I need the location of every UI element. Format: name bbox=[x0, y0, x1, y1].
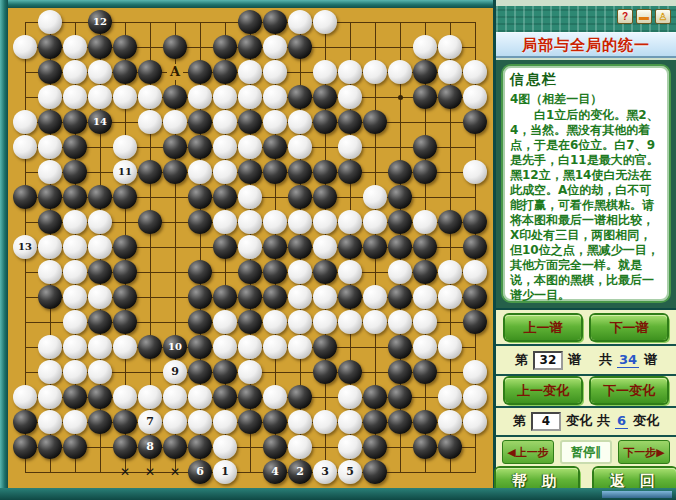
black-stone bbox=[163, 435, 187, 459]
white-stone bbox=[63, 285, 87, 309]
white-stone: 1 bbox=[213, 460, 237, 484]
black-stone bbox=[413, 360, 437, 384]
black-stone bbox=[338, 160, 362, 184]
counter-total-unit: 谱 bbox=[644, 351, 657, 369]
black-stone bbox=[38, 185, 62, 209]
white-stone: 9 bbox=[163, 360, 187, 384]
black-stone bbox=[338, 360, 362, 384]
move-number-label: 6 bbox=[188, 460, 212, 484]
white-stone bbox=[388, 60, 412, 84]
white-stone: 5 bbox=[338, 460, 362, 484]
white-stone bbox=[363, 285, 387, 309]
white-stone bbox=[38, 85, 62, 109]
white-stone bbox=[63, 410, 87, 434]
black-stone bbox=[263, 285, 287, 309]
counter-total-unit: 变化 bbox=[633, 412, 659, 430]
black-stone bbox=[238, 10, 262, 34]
black-stone bbox=[63, 385, 87, 409]
white-stone bbox=[113, 85, 137, 109]
black-stone bbox=[88, 410, 112, 434]
counter-unit: 谱 bbox=[568, 351, 581, 369]
white-stone bbox=[463, 260, 487, 284]
white-stone bbox=[438, 335, 462, 359]
black-stone: 8 bbox=[138, 435, 162, 459]
white-stone bbox=[263, 310, 287, 334]
black-stone bbox=[138, 335, 162, 359]
black-stone bbox=[313, 185, 337, 209]
black-stone bbox=[238, 35, 262, 59]
white-stone bbox=[263, 110, 287, 134]
white-stone bbox=[338, 85, 362, 109]
black-stone bbox=[63, 160, 87, 184]
white-stone bbox=[338, 410, 362, 434]
black-stone bbox=[388, 335, 412, 359]
white-stone bbox=[338, 435, 362, 459]
black-stone bbox=[288, 385, 312, 409]
white-stone bbox=[438, 260, 462, 284]
move-number-label: 13 bbox=[13, 235, 37, 259]
black-stone: 14 bbox=[88, 110, 112, 134]
white-stone bbox=[38, 385, 62, 409]
white-stone bbox=[338, 135, 362, 159]
black-stone bbox=[213, 360, 237, 384]
black-stone bbox=[388, 385, 412, 409]
white-stone bbox=[313, 210, 337, 234]
white-stone bbox=[213, 435, 237, 459]
black-stone bbox=[238, 410, 262, 434]
black-stone bbox=[213, 185, 237, 209]
black-stone bbox=[238, 385, 262, 409]
white-stone bbox=[463, 60, 487, 84]
counter-total-label: 共 bbox=[597, 412, 610, 430]
black-stone bbox=[88, 385, 112, 409]
black-stone bbox=[113, 285, 137, 309]
black-stone: 12 bbox=[88, 10, 112, 34]
white-stone: 3 bbox=[313, 460, 337, 484]
black-stone bbox=[388, 285, 412, 309]
white-stone bbox=[388, 260, 412, 284]
black-stone bbox=[63, 185, 87, 209]
diagram-counter: 第 32 谱 共 34 谱 bbox=[496, 348, 676, 372]
black-stone bbox=[313, 110, 337, 134]
variation-counter: 第 4 变化 共 6 变化 bbox=[496, 409, 676, 433]
white-stone bbox=[338, 60, 362, 84]
black-stone bbox=[288, 185, 312, 209]
black-stone bbox=[363, 410, 387, 434]
white-stone: 13 bbox=[13, 235, 37, 259]
black-stone bbox=[113, 435, 137, 459]
black-stone bbox=[413, 85, 437, 109]
lesson-title: 局部与全局的统一 bbox=[496, 32, 676, 58]
black-stone bbox=[363, 435, 387, 459]
white-stone bbox=[413, 210, 437, 234]
divider bbox=[496, 344, 676, 346]
white-stone bbox=[38, 360, 62, 384]
white-stone bbox=[163, 410, 187, 434]
white-stone bbox=[88, 235, 112, 259]
info-heading: 4图（相差一目） bbox=[510, 91, 662, 108]
black-stone bbox=[113, 310, 137, 334]
black-stone bbox=[88, 35, 112, 59]
white-stone bbox=[238, 185, 262, 209]
black-stone bbox=[263, 410, 287, 434]
step-back-button[interactable]: ◀上一步 bbox=[502, 440, 554, 464]
black-stone bbox=[463, 235, 487, 259]
white-stone bbox=[113, 385, 137, 409]
move-number-label: 4 bbox=[263, 460, 287, 484]
black-stone bbox=[13, 435, 37, 459]
white-stone bbox=[413, 335, 437, 359]
black-stone bbox=[388, 160, 412, 184]
white-stone bbox=[63, 335, 87, 359]
black-stone bbox=[338, 285, 362, 309]
black-stone bbox=[163, 85, 187, 109]
counter-prefix: 第 bbox=[513, 412, 526, 430]
black-stone bbox=[213, 285, 237, 309]
black-stone bbox=[188, 310, 212, 334]
white-stone bbox=[288, 135, 312, 159]
black-stone bbox=[113, 235, 137, 259]
black-stone bbox=[413, 235, 437, 259]
white-stone bbox=[463, 160, 487, 184]
black-stone bbox=[113, 260, 137, 284]
black-stone bbox=[338, 235, 362, 259]
black-stone bbox=[313, 85, 337, 109]
white-stone bbox=[38, 160, 62, 184]
white-stone bbox=[363, 185, 387, 209]
next-diagram-button[interactable]: 下一谱 bbox=[591, 315, 667, 340]
move-number-label: 5 bbox=[338, 460, 362, 484]
white-stone bbox=[163, 385, 187, 409]
black-stone bbox=[388, 235, 412, 259]
black-stone bbox=[188, 60, 212, 84]
white-stone bbox=[338, 385, 362, 409]
black-stone bbox=[263, 260, 287, 284]
white-stone bbox=[338, 260, 362, 284]
black-stone bbox=[113, 35, 137, 59]
pause-button[interactable]: 暂停‖ bbox=[560, 440, 612, 464]
move-number-label: 2 bbox=[288, 460, 312, 484]
territory-mark: ✕ bbox=[167, 464, 183, 480]
white-stone bbox=[138, 85, 162, 109]
black-stone bbox=[188, 260, 212, 284]
next-variation-button[interactable]: 下一变化 bbox=[591, 378, 667, 403]
white-stone bbox=[413, 285, 437, 309]
counter-total-label: 共 bbox=[599, 351, 612, 369]
white-stone bbox=[338, 310, 362, 334]
black-stone bbox=[413, 60, 437, 84]
white-stone bbox=[88, 335, 112, 359]
black-stone bbox=[463, 110, 487, 134]
white-stone bbox=[88, 360, 112, 384]
divider bbox=[496, 374, 676, 376]
white-stone bbox=[463, 410, 487, 434]
black-stone bbox=[463, 210, 487, 234]
white-stone bbox=[288, 110, 312, 134]
black-stone bbox=[113, 60, 137, 84]
black-stone bbox=[388, 410, 412, 434]
black-stone bbox=[463, 285, 487, 309]
white-stone bbox=[63, 85, 87, 109]
black-stone bbox=[263, 435, 287, 459]
white-stone bbox=[13, 385, 37, 409]
white-stone bbox=[138, 110, 162, 134]
variation-total: 6 bbox=[615, 413, 628, 429]
white-stone bbox=[263, 35, 287, 59]
black-stone bbox=[413, 260, 437, 284]
white-stone bbox=[238, 85, 262, 109]
black-stone bbox=[163, 35, 187, 59]
move-number-label: 8 bbox=[138, 435, 162, 459]
white-stone bbox=[113, 135, 137, 159]
white-stone bbox=[463, 360, 487, 384]
black-stone bbox=[38, 60, 62, 84]
black-stone bbox=[63, 110, 87, 134]
black-stone: 6 bbox=[188, 460, 212, 484]
black-stone bbox=[188, 435, 212, 459]
black-stone bbox=[288, 160, 312, 184]
black-stone bbox=[313, 160, 337, 184]
move-number-label: 14 bbox=[88, 110, 112, 134]
white-stone bbox=[238, 235, 262, 259]
black-stone bbox=[88, 310, 112, 334]
black-stone bbox=[38, 35, 62, 59]
white-stone bbox=[38, 10, 62, 34]
black-stone bbox=[13, 410, 37, 434]
black-stone bbox=[313, 360, 337, 384]
black-stone bbox=[363, 385, 387, 409]
black-stone bbox=[413, 135, 437, 159]
move-number-label: 1 bbox=[213, 460, 237, 484]
white-stone bbox=[313, 235, 337, 259]
black-stone bbox=[388, 185, 412, 209]
white-stone bbox=[313, 60, 337, 84]
window-border-bottom bbox=[0, 488, 676, 500]
white-stone bbox=[213, 310, 237, 334]
white-stone bbox=[188, 410, 212, 434]
white-stone bbox=[288, 210, 312, 234]
diagram-total: 34 bbox=[617, 352, 639, 368]
goban[interactable]: 1214111310978614235A✕✕✕ bbox=[8, 8, 493, 488]
black-stone bbox=[188, 335, 212, 359]
black-stone bbox=[88, 260, 112, 284]
white-stone bbox=[13, 35, 37, 59]
white-stone bbox=[238, 360, 262, 384]
white-stone bbox=[238, 335, 262, 359]
black-stone bbox=[38, 435, 62, 459]
info-title: 信息栏 bbox=[510, 71, 662, 89]
white-stone bbox=[13, 110, 37, 134]
step-forward-button[interactable]: 下一步▶ bbox=[618, 440, 670, 464]
black-stone bbox=[38, 110, 62, 134]
black-stone bbox=[238, 160, 262, 184]
white-stone bbox=[363, 210, 387, 234]
black-stone bbox=[188, 210, 212, 234]
black-stone bbox=[188, 285, 212, 309]
white-stone bbox=[213, 135, 237, 159]
black-stone bbox=[313, 260, 337, 284]
white-stone bbox=[288, 410, 312, 434]
minimize-icon[interactable]: ▬ bbox=[636, 9, 652, 24]
black-stone bbox=[13, 185, 37, 209]
black-stone bbox=[363, 235, 387, 259]
grid-line bbox=[25, 472, 476, 473]
black-stone bbox=[463, 310, 487, 334]
white-stone: 7 bbox=[138, 410, 162, 434]
black-stone: 2 bbox=[288, 460, 312, 484]
white-stone bbox=[163, 110, 187, 134]
white-stone bbox=[63, 60, 87, 84]
black-stone bbox=[188, 185, 212, 209]
move-number-label: 11 bbox=[113, 160, 137, 184]
move-number-label: 7 bbox=[138, 410, 162, 434]
white-stone bbox=[438, 385, 462, 409]
black-stone bbox=[88, 185, 112, 209]
white-stone bbox=[263, 210, 287, 234]
side-panel: ? ▬ ♙ 局部与全局的统一 信息栏 4图（相差一目） 白1立后的变化。黑2、4… bbox=[493, 0, 676, 500]
counter-prefix: 第 bbox=[515, 351, 528, 369]
black-stone bbox=[188, 135, 212, 159]
black-stone bbox=[338, 110, 362, 134]
black-stone bbox=[213, 235, 237, 259]
white-stone bbox=[313, 285, 337, 309]
move-number-label: 9 bbox=[163, 360, 187, 384]
white-stone bbox=[88, 285, 112, 309]
black-stone bbox=[163, 160, 187, 184]
black-stone bbox=[138, 210, 162, 234]
window-controls: ? ▬ ♙ bbox=[617, 9, 671, 24]
white-stone bbox=[88, 85, 112, 109]
controls-area: 上一谱 下一谱 第 32 谱 共 34 谱 上一变化 下一变化 第 4 bbox=[496, 308, 676, 488]
white-stone bbox=[438, 35, 462, 59]
black-stone bbox=[388, 360, 412, 384]
white-stone bbox=[63, 360, 87, 384]
black-stone bbox=[213, 385, 237, 409]
white-stone bbox=[213, 160, 237, 184]
territory-mark: ✕ bbox=[117, 464, 133, 480]
counter-unit: 变化 bbox=[566, 412, 592, 430]
white-stone bbox=[38, 235, 62, 259]
black-stone: 10 bbox=[163, 335, 187, 359]
white-stone bbox=[363, 60, 387, 84]
black-stone bbox=[113, 185, 137, 209]
white-stone bbox=[263, 85, 287, 109]
black-stone bbox=[163, 135, 187, 159]
point-label-A: A bbox=[167, 64, 183, 80]
white-stone bbox=[88, 210, 112, 234]
black-stone bbox=[238, 310, 262, 334]
prev-variation-button[interactable]: 上一变化 bbox=[505, 378, 581, 403]
white-stone bbox=[63, 235, 87, 259]
divider bbox=[496, 406, 676, 408]
info-box: 信息栏 4图（相差一目） 白1立后的变化。黑2、4，当然。黑没有其他的着点，于是… bbox=[501, 64, 671, 303]
white-stone bbox=[263, 385, 287, 409]
black-stone bbox=[288, 35, 312, 59]
white-stone bbox=[438, 285, 462, 309]
black-stone bbox=[63, 435, 87, 459]
white-stone bbox=[213, 85, 237, 109]
white-stone bbox=[288, 310, 312, 334]
black-stone bbox=[38, 285, 62, 309]
info-body: 白1立后的变化。黑2、4，当然。黑没有其他的着点，于是在6位立。白7、9是先手，… bbox=[510, 108, 662, 303]
white-stone bbox=[288, 260, 312, 284]
white-stone bbox=[288, 435, 312, 459]
white-stone bbox=[88, 60, 112, 84]
white-stone bbox=[388, 310, 412, 334]
black-stone bbox=[388, 210, 412, 234]
black-stone bbox=[213, 60, 237, 84]
black-stone bbox=[238, 260, 262, 284]
black-stone bbox=[188, 360, 212, 384]
black-stone bbox=[288, 85, 312, 109]
diagram-number-input[interactable]: 32 bbox=[533, 351, 563, 370]
white-stone bbox=[313, 410, 337, 434]
white-stone bbox=[363, 310, 387, 334]
white-stone bbox=[413, 35, 437, 59]
white-stone bbox=[213, 335, 237, 359]
move-number-label: 3 bbox=[313, 460, 337, 484]
grid-line bbox=[25, 447, 476, 448]
white-stone bbox=[438, 60, 462, 84]
black-stone bbox=[413, 410, 437, 434]
black-stone bbox=[213, 35, 237, 59]
variation-number-input[interactable]: 4 bbox=[531, 412, 561, 431]
black-stone bbox=[63, 135, 87, 159]
white-stone bbox=[238, 210, 262, 234]
black-stone bbox=[263, 235, 287, 259]
black-stone: 4 bbox=[263, 460, 287, 484]
white-stone bbox=[238, 60, 262, 84]
move-number-label: 10 bbox=[163, 335, 187, 359]
white-stone bbox=[13, 135, 37, 159]
black-stone bbox=[288, 235, 312, 259]
black-stone bbox=[138, 160, 162, 184]
white-stone bbox=[288, 285, 312, 309]
white-stone bbox=[188, 160, 212, 184]
help-icon[interactable]: ? bbox=[617, 9, 633, 24]
star-point bbox=[398, 95, 403, 100]
white-stone bbox=[38, 260, 62, 284]
divider bbox=[496, 435, 676, 437]
black-stone bbox=[438, 210, 462, 234]
white-stone bbox=[213, 110, 237, 134]
white-stone bbox=[38, 410, 62, 434]
go-tutorial-window: 1214111310978614235A✕✕✕ ? ▬ ♙ 局部与全局的统一 信… bbox=[0, 0, 676, 500]
black-stone bbox=[138, 60, 162, 84]
territory-mark: ✕ bbox=[142, 464, 158, 480]
white-stone bbox=[63, 260, 87, 284]
white-stone bbox=[188, 85, 212, 109]
white-stone bbox=[213, 410, 237, 434]
exit-icon[interactable]: ♙ bbox=[655, 9, 671, 24]
black-stone bbox=[238, 285, 262, 309]
black-stone bbox=[438, 85, 462, 109]
white-stone bbox=[288, 335, 312, 359]
move-number-label: 12 bbox=[88, 10, 112, 34]
white-stone bbox=[63, 310, 87, 334]
black-stone bbox=[363, 110, 387, 134]
black-stone bbox=[263, 135, 287, 159]
white-stone bbox=[38, 135, 62, 159]
black-stone bbox=[413, 435, 437, 459]
white-stone bbox=[238, 135, 262, 159]
white-stone bbox=[438, 410, 462, 434]
white-stone bbox=[288, 10, 312, 34]
black-stone bbox=[263, 160, 287, 184]
prev-diagram-button[interactable]: 上一谱 bbox=[505, 315, 581, 340]
black-stone bbox=[263, 10, 287, 34]
white-stone bbox=[113, 335, 137, 359]
